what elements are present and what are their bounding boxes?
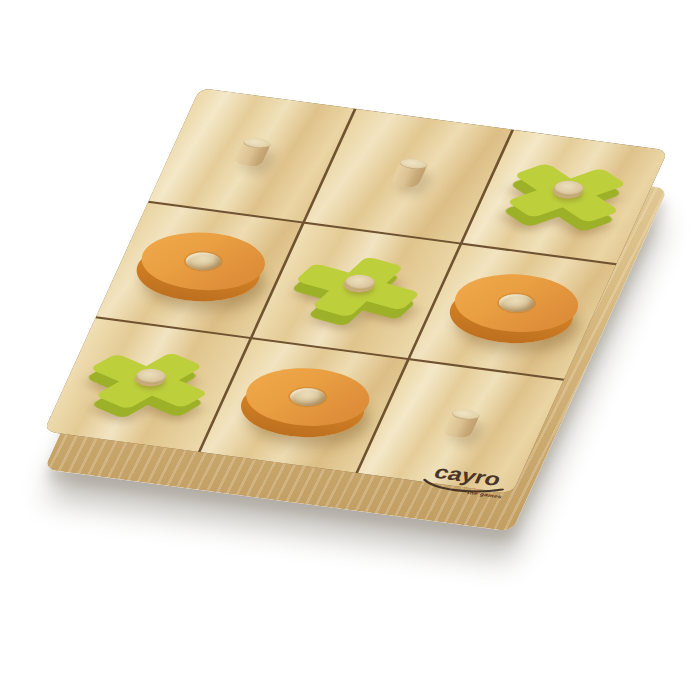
piece-o[interactable] — [438, 267, 589, 350]
cell-content — [479, 147, 651, 247]
piece-x[interactable] — [272, 237, 444, 337]
cell-content — [218, 356, 390, 456]
cell-content — [270, 241, 442, 341]
cell-content — [165, 105, 337, 205]
cayro-logo: cayro the games — [409, 460, 522, 500]
piece-o[interactable] — [229, 362, 380, 445]
tic-tac-toe-board: cayro the games — [44, 88, 668, 494]
peg — [233, 135, 273, 168]
peg — [442, 406, 482, 439]
cell-content — [322, 126, 494, 226]
cell-content — [113, 220, 285, 320]
piece-x[interactable] — [481, 143, 653, 243]
product-photo-scene: cayro the games — [0, 0, 700, 700]
peg — [390, 155, 430, 188]
piece-x[interactable] — [62, 331, 234, 431]
cell-content — [427, 262, 599, 362]
cell-content — [61, 335, 233, 435]
piece-o[interactable] — [125, 226, 276, 309]
